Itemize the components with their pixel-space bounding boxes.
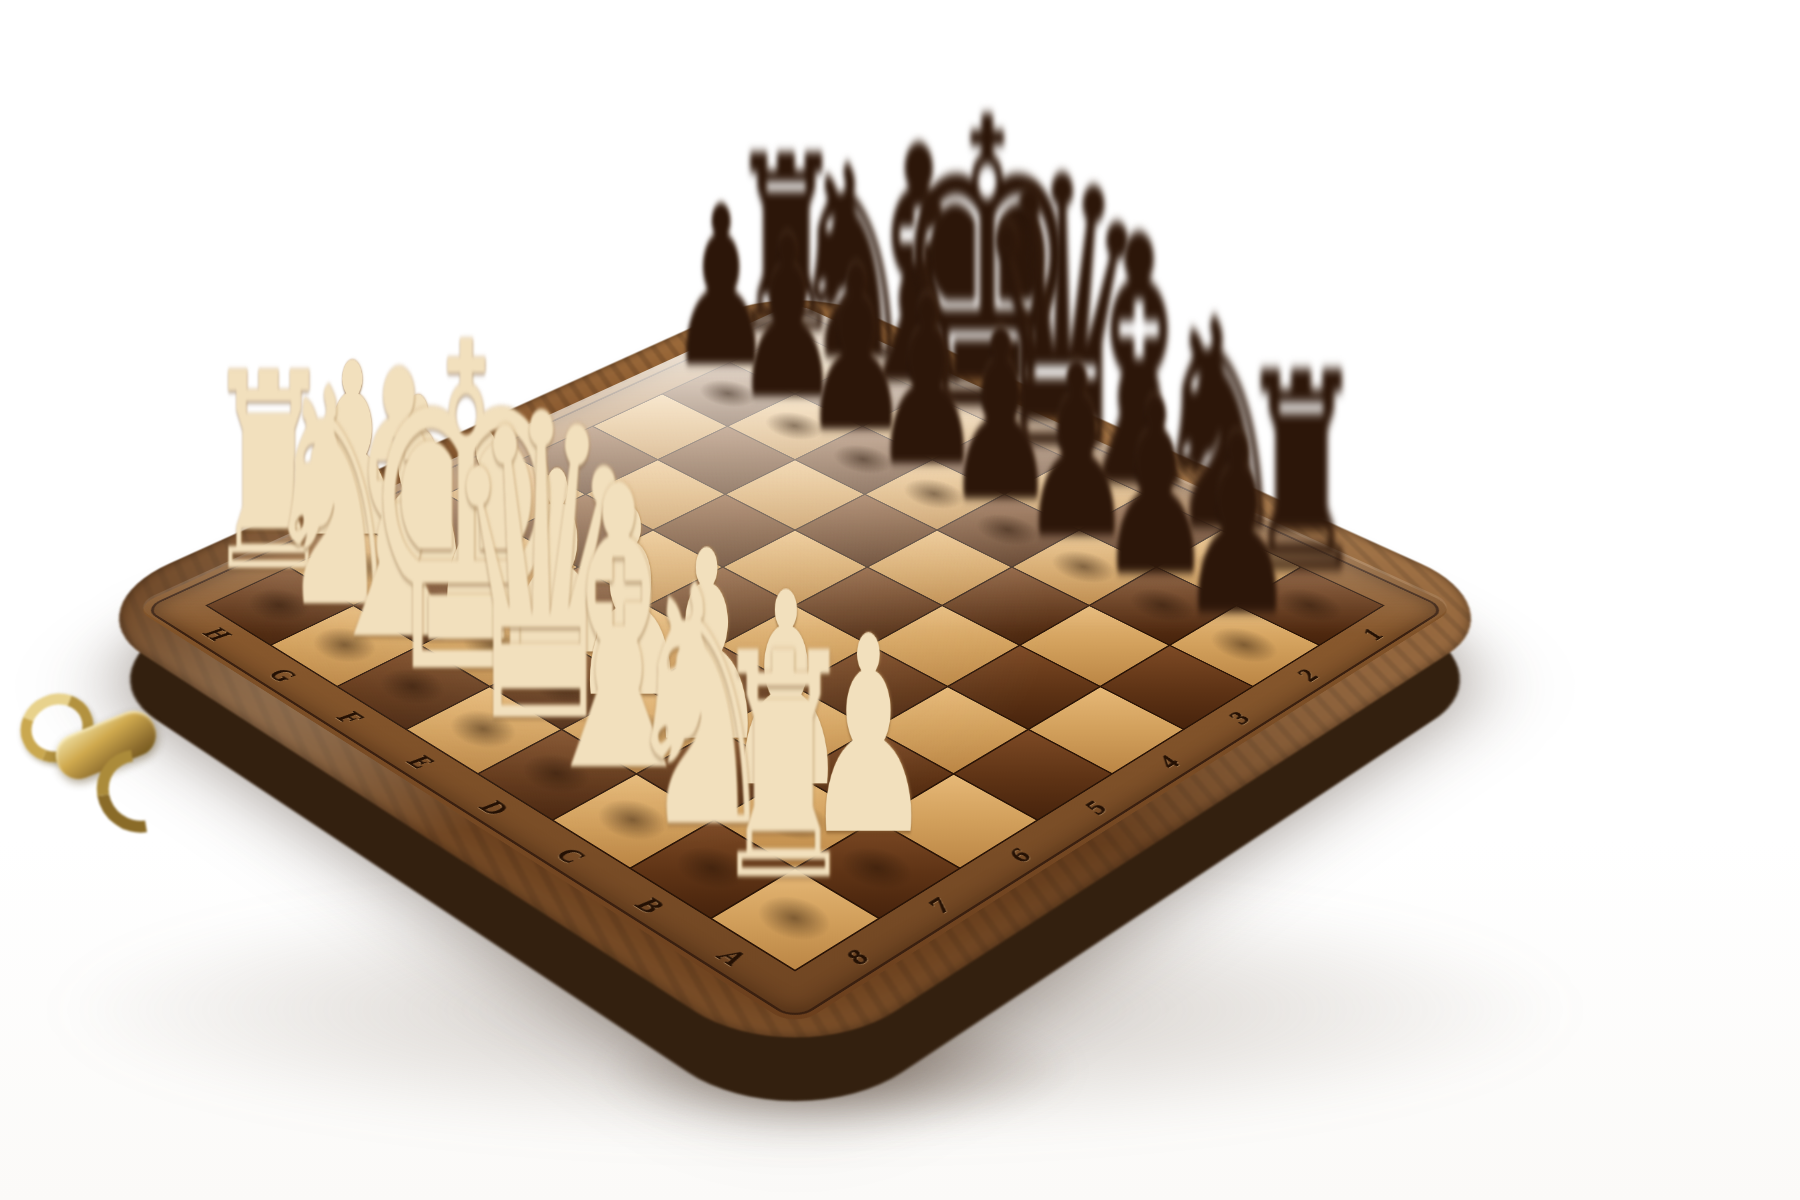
photo-scene: HGFEDCBA 12345678 ♜♞♝♚♛♝♞♜♟♟♟♟♟♟♟♟♟♟♟♟♟♟… bbox=[0, 0, 1800, 1200]
brass-latch bbox=[8, 688, 198, 828]
chess-piece-glyph: ♜ bbox=[702, 613, 866, 925]
camera-perspective: HGFEDCBA 12345678 ♜♞♝♚♛♝♞♜♟♟♟♟♟♟♟♟♟♟♟♟♟♟… bbox=[0, 0, 1800, 1200]
chess-piece-glyph: ♟ bbox=[1172, 402, 1302, 649]
